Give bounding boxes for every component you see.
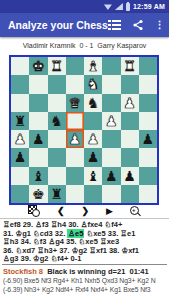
square[interactable]: ♝ (84, 57, 102, 75)
square[interactable] (11, 75, 29, 93)
clock-time: 12:59 AM (133, 3, 165, 10)
square[interactable] (11, 94, 29, 112)
engine-variation-line[interactable]: (-6.39) Nh3+ Kg2 Ndf4+ Rxf4 Nxf4+ Kg1 Bx… (3, 286, 166, 295)
square[interactable] (11, 185, 29, 203)
square[interactable] (121, 185, 139, 203)
black-pawn: ♟ (32, 132, 45, 146)
square[interactable] (121, 112, 139, 130)
engine-status-line: Stockfish 8 Black is winning d=21 01:41 (3, 267, 166, 277)
square[interactable] (102, 75, 120, 93)
square[interactable]: ♚ (29, 185, 47, 203)
white-pawn: ♟ (87, 132, 100, 146)
chess-board[interactable]: ♚♜♝♜♞♛♞♟♜♞♟♟♟♟♟♟♟♟♝♝♟♟♚♜ (11, 57, 157, 203)
white-pawn: ♟ (14, 132, 27, 146)
previous-move-icon[interactable]: ❮ (57, 206, 65, 216)
setup-board-icon[interactable] (28, 205, 40, 217)
board-frame: ♚♜♝♜♞♛♞♟♜♞♟♟♟♟♟♟♟♟♝♝♟♟♚♜ (9, 55, 159, 205)
white-rook: ♜ (50, 59, 63, 73)
move-text[interactable]: ♙g3 39. ♔g2 ♘f4+ 0-1 (3, 254, 81, 263)
black-pawn: ♟ (87, 150, 100, 164)
engine-variation-line[interactable]: (-6.90) Bxe5 Nf3 Rg4+ Kh1 Nxh5 Qxd3 Ng3+… (3, 277, 166, 286)
white-pawn: ♟ (105, 114, 118, 128)
square[interactable]: ♟ (121, 167, 139, 185)
square[interactable]: ♟ (139, 130, 157, 148)
square[interactable]: ♟ (11, 130, 29, 148)
square[interactable] (139, 75, 157, 93)
square[interactable] (102, 130, 120, 148)
square[interactable]: ♟ (66, 130, 84, 148)
square[interactable] (48, 75, 66, 93)
black-king: ♚ (32, 187, 45, 201)
square[interactable] (29, 148, 47, 166)
analyze-your-chess-app: { "game": "chess", "position": { "fen": … (0, 0, 169, 300)
square[interactable] (66, 185, 84, 203)
move-line: ♙g3 39. ♔g2 ♘f4+ 0-1 (3, 255, 166, 264)
square[interactable]: ♟ (102, 167, 120, 185)
black-pawn: ♟ (105, 169, 118, 183)
engine-panel[interactable]: Stockfish 8 Black is winning d=21 01:41 … (3, 267, 166, 295)
game-players-result: Vladimir Kramnik 0 - 1 Garry Kasparov (0, 37, 169, 54)
white-king: ♚ (32, 59, 45, 73)
square[interactable] (102, 94, 120, 112)
square[interactable]: ♟ (84, 130, 102, 148)
black-bishop: ♝ (32, 169, 45, 183)
move-list-icon[interactable] (108, 20, 121, 30)
wifi-icon (104, 3, 112, 10)
square[interactable]: ♝ (29, 167, 47, 185)
square[interactable]: ♟ (11, 148, 29, 166)
black-rook: ♜ (14, 114, 27, 128)
white-rook: ♜ (123, 59, 136, 73)
engine-time: 01:41 (130, 267, 149, 276)
white-knight: ♞ (87, 77, 100, 91)
square[interactable] (139, 94, 157, 112)
square[interactable]: ♟ (84, 148, 102, 166)
overflow-menu-icon[interactable]: ⋮ (155, 20, 165, 30)
square[interactable] (66, 75, 84, 93)
square[interactable] (139, 167, 157, 185)
status-bar: 12:59 AM (0, 0, 169, 13)
black-pawn: ♟ (123, 169, 136, 183)
square[interactable] (29, 94, 47, 112)
square[interactable] (11, 57, 29, 75)
square[interactable]: ♞ (48, 112, 66, 130)
next-move-icon[interactable]: ❯ (82, 206, 90, 216)
square[interactable] (66, 148, 84, 166)
square[interactable] (66, 112, 84, 130)
square[interactable]: ♜ (48, 185, 66, 203)
square[interactable]: ♜ (11, 112, 29, 130)
square[interactable]: ♞ (84, 75, 102, 93)
square[interactable] (11, 167, 29, 185)
square[interactable] (66, 57, 84, 75)
square[interactable]: ♝ (84, 167, 102, 185)
zoom-icon[interactable]: + (130, 206, 141, 217)
black-knight: ♞ (50, 114, 63, 128)
square[interactable] (48, 94, 66, 112)
white-pawn: ♟ (69, 132, 82, 146)
square[interactable] (29, 112, 47, 130)
play-icon[interactable]: ▶ (106, 206, 113, 216)
move-list[interactable]: ♖ef8 29. ♙f3 ♖h4 30. ♙fxe4 ♘f4+31. ♔g1 ♘… (3, 221, 166, 264)
square[interactable]: ♞ (84, 94, 102, 112)
white-queen: ♛ (69, 96, 82, 110)
square[interactable] (48, 167, 66, 185)
black-knight: ♞ (87, 96, 100, 110)
square[interactable]: ♜ (48, 57, 66, 75)
battery-icon (126, 3, 130, 11)
square[interactable] (84, 112, 102, 130)
share-icon[interactable] (132, 19, 144, 31)
square[interactable]: ♜ (121, 57, 139, 75)
engine-name: Stockfish 8 (3, 267, 43, 276)
square[interactable]: ♟ (29, 130, 47, 148)
square[interactable] (139, 185, 157, 203)
square[interactable] (84, 185, 102, 203)
app-bar: Analyze your Chess ⋮ (0, 13, 169, 37)
square[interactable] (102, 148, 120, 166)
square[interactable] (48, 130, 66, 148)
black-pawn: ♟ (142, 132, 155, 146)
square[interactable]: ♟ (102, 112, 120, 130)
square[interactable] (102, 57, 120, 75)
square[interactable] (66, 167, 84, 185)
square[interactable] (139, 148, 157, 166)
engine-evaluation-text: Black is winning d=21 (47, 267, 125, 276)
white-bishop: ♝ (87, 59, 100, 73)
square[interactable]: ♛ (66, 94, 84, 112)
square[interactable] (139, 112, 157, 130)
square[interactable] (29, 75, 47, 93)
square[interactable] (121, 148, 139, 166)
board-navigation-bar: ❮ ❯ ▶ + (0, 204, 169, 219)
black-rook: ♜ (50, 187, 63, 201)
section-divider (2, 264, 167, 265)
square[interactable]: ♚ (29, 57, 47, 75)
signal-icon (115, 3, 123, 10)
square[interactable] (121, 130, 139, 148)
square[interactable] (121, 75, 139, 93)
black-bishop: ♝ (87, 169, 100, 183)
black-pawn: ♟ (14, 150, 27, 164)
app-title: Analyze your Chess (8, 19, 108, 31)
square[interactable] (139, 57, 157, 75)
white-pawn: ♟ (123, 96, 136, 110)
square[interactable] (102, 185, 120, 203)
square[interactable]: ♟ (121, 94, 139, 112)
square[interactable] (48, 148, 66, 166)
